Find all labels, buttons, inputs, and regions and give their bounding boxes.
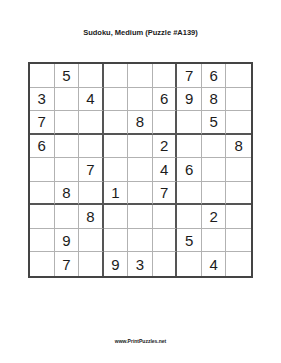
cell-r1c1 [30, 64, 55, 88]
cell-r8c2: 9 [55, 229, 80, 253]
cell-r3c4 [104, 111, 129, 135]
cell-r6c9 [226, 182, 251, 206]
cell-r2c9 [226, 88, 251, 112]
cell-r1c5 [128, 64, 153, 88]
cell-r2c8: 8 [202, 88, 227, 112]
cell-r8c5 [128, 229, 153, 253]
cell-r5c8 [202, 158, 227, 182]
cell-r7c3: 8 [79, 205, 104, 229]
cell-r4c5 [128, 135, 153, 159]
cell-r3c6 [153, 111, 178, 135]
cell-r3c7 [177, 111, 202, 135]
cell-r2c1: 3 [30, 88, 55, 112]
cell-r3c3 [79, 111, 104, 135]
cell-r3c9 [226, 111, 251, 135]
sudoku-board: 5763469878562874681782957934 [28, 62, 253, 278]
cell-r1c3 [79, 64, 104, 88]
cell-r9c9 [226, 252, 251, 276]
puzzle-title: Sudoku, Medium (Puzzle #A139) [0, 28, 281, 38]
cell-r4c4 [104, 135, 129, 159]
cell-r8c1 [30, 229, 55, 253]
cell-r2c4 [104, 88, 129, 112]
cell-r1c7: 7 [177, 64, 202, 88]
cell-r6c2: 8 [55, 182, 80, 206]
cell-r6c5 [128, 182, 153, 206]
cell-r7c5 [128, 205, 153, 229]
cell-r8c7: 5 [177, 229, 202, 253]
cell-r9c1 [30, 252, 55, 276]
cell-r5c2 [55, 158, 80, 182]
cell-r4c6: 2 [153, 135, 178, 159]
cell-r9c3 [79, 252, 104, 276]
cell-r4c7 [177, 135, 202, 159]
cell-r7c1 [30, 205, 55, 229]
cell-r5c3: 7 [79, 158, 104, 182]
cell-r8c6 [153, 229, 178, 253]
cell-r6c8 [202, 182, 227, 206]
cell-r9c5: 3 [128, 252, 153, 276]
cell-r4c3 [79, 135, 104, 159]
cell-r9c7 [177, 252, 202, 276]
cell-r7c7 [177, 205, 202, 229]
cell-r7c8: 2 [202, 205, 227, 229]
cell-r5c4 [104, 158, 129, 182]
cell-r2c6: 6 [153, 88, 178, 112]
cell-r6c7 [177, 182, 202, 206]
cell-r6c1 [30, 182, 55, 206]
cell-r4c9: 8 [226, 135, 251, 159]
cell-r6c4: 1 [104, 182, 129, 206]
footer-url: www.PrintPuzzles.net [0, 337, 281, 345]
cell-r8c9 [226, 229, 251, 253]
cell-r7c6 [153, 205, 178, 229]
cell-r5c9 [226, 158, 251, 182]
cell-r4c2 [55, 135, 80, 159]
cell-r2c5 [128, 88, 153, 112]
cell-r4c8 [202, 135, 227, 159]
cell-r8c4 [104, 229, 129, 253]
cell-r7c2 [55, 205, 80, 229]
cell-r3c2 [55, 111, 80, 135]
cell-r5c1 [30, 158, 55, 182]
cell-r1c4 [104, 64, 129, 88]
cell-r6c3 [79, 182, 104, 206]
cell-r5c6: 4 [153, 158, 178, 182]
cell-r7c9 [226, 205, 251, 229]
cell-r8c8 [202, 229, 227, 253]
cell-r2c3: 4 [79, 88, 104, 112]
cell-r2c2 [55, 88, 80, 112]
cell-r3c8: 5 [202, 111, 227, 135]
cell-r9c2: 7 [55, 252, 80, 276]
cell-r3c1: 7 [30, 111, 55, 135]
cell-r3c5: 8 [128, 111, 153, 135]
cell-r6c6: 7 [153, 182, 178, 206]
cell-r1c6 [153, 64, 178, 88]
cell-r1c8: 6 [202, 64, 227, 88]
cell-r2c7: 9 [177, 88, 202, 112]
cell-r7c4 [104, 205, 129, 229]
cell-r9c6 [153, 252, 178, 276]
cell-r8c3 [79, 229, 104, 253]
cell-r1c9 [226, 64, 251, 88]
cell-r5c5 [128, 158, 153, 182]
cell-r1c2: 5 [55, 64, 80, 88]
cell-r9c4: 9 [104, 252, 129, 276]
cell-r4c1: 6 [30, 135, 55, 159]
cell-r5c7: 6 [177, 158, 202, 182]
cell-r9c8: 4 [202, 252, 227, 276]
